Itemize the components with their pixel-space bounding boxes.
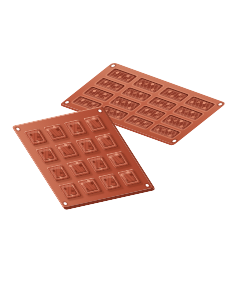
motif-relief [109, 69, 134, 81]
tile-embossed-christmas-motif [55, 142, 80, 160]
motif-relief [187, 98, 212, 110]
motif-relief [77, 139, 96, 152]
motif-relief [61, 184, 80, 197]
motif-relief [69, 162, 88, 175]
motif-relief [86, 88, 111, 100]
tile-embossed-christmas-motif [66, 159, 91, 177]
motif-relief [80, 180, 99, 193]
motif-relief [153, 125, 178, 137]
motif-relief [135, 79, 160, 91]
motif-relief [120, 171, 139, 184]
tile-embossed-christmas-motif [97, 173, 122, 191]
motif-relief [97, 135, 116, 148]
motif-relief [38, 148, 57, 161]
tile-embossed-christmas-motif [77, 177, 102, 195]
motif-relief [46, 126, 65, 139]
motif-relief [58, 144, 77, 157]
tile-embossed-christmas-motif [86, 155, 111, 173]
tile-embossed-christmas-motif [43, 124, 68, 142]
tile-embossed-christmas-motif [117, 169, 142, 187]
tile-embossed-christmas-motif [94, 133, 119, 151]
motif-relief [138, 107, 163, 119]
product-photo-canvas [0, 0, 236, 305]
motif-relief [89, 157, 108, 170]
tile-embossed-christmas-motif [83, 115, 108, 133]
motif-relief [109, 153, 128, 166]
tile-embossed-christmas-motif [63, 119, 88, 137]
motif-relief [161, 88, 186, 100]
motif-relief [86, 117, 105, 130]
tile-embossed-christmas-motif [105, 151, 130, 169]
motif-relief [112, 97, 137, 109]
motif-relief [66, 121, 85, 134]
motif-relief [164, 116, 189, 128]
motif-relief [26, 130, 45, 143]
motif-relief [49, 166, 68, 179]
tile-embossed-christmas-motif [74, 137, 99, 155]
motif-relief [100, 175, 119, 188]
motif-relief [127, 116, 152, 128]
